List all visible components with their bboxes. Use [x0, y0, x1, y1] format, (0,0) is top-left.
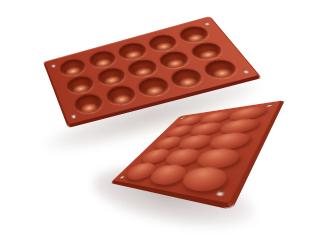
half-sphere-cavity — [72, 92, 106, 116]
half-sphere-cavity — [135, 75, 172, 98]
half-sphere-cavity — [103, 83, 138, 106]
product-photo — [0, 0, 320, 240]
corner-hole — [266, 104, 272, 107]
corner-hole — [216, 190, 225, 196]
half-sphere-cavity — [201, 57, 241, 80]
